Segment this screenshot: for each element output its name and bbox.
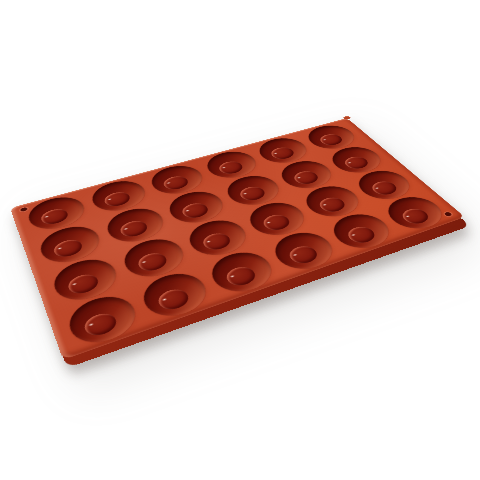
- corner-tab: [342, 116, 351, 120]
- silicone-mold: [0, 0, 480, 480]
- product-photo-stage: [0, 0, 480, 480]
- hang-hole-right: [444, 212, 453, 217]
- hang-hole-left: [20, 207, 28, 212]
- mold-top-surface: [10, 118, 465, 360]
